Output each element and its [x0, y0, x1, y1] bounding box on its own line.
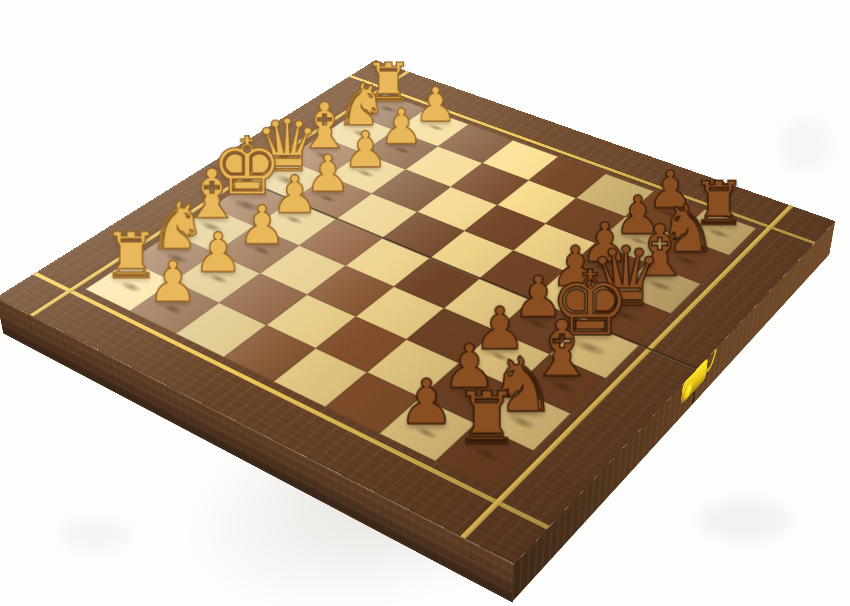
black-rook-glyph: ♜ [405, 385, 569, 454]
product-photo: ♜♞♝♛♚♝♞♜♟♟♟♟♟♟♟♟♟♟♟♟♟♟♟♟♜♞♝♛♚♝♞♜ [0, 0, 850, 606]
scene: ♜♞♝♛♚♝♞♜♟♟♟♟♟♟♟♟♟♟♟♟♟♟♟♟♜♞♝♛♚♝♞♜ [0, 0, 850, 606]
chessboard-box: ♜♞♝♛♚♝♞♜♟♟♟♟♟♟♟♟♟♟♟♟♟♟♟♟♜♞♝♛♚♝♞♜ [0, 60, 835, 564]
white-pawn-glyph: ♟ [100, 255, 246, 309]
